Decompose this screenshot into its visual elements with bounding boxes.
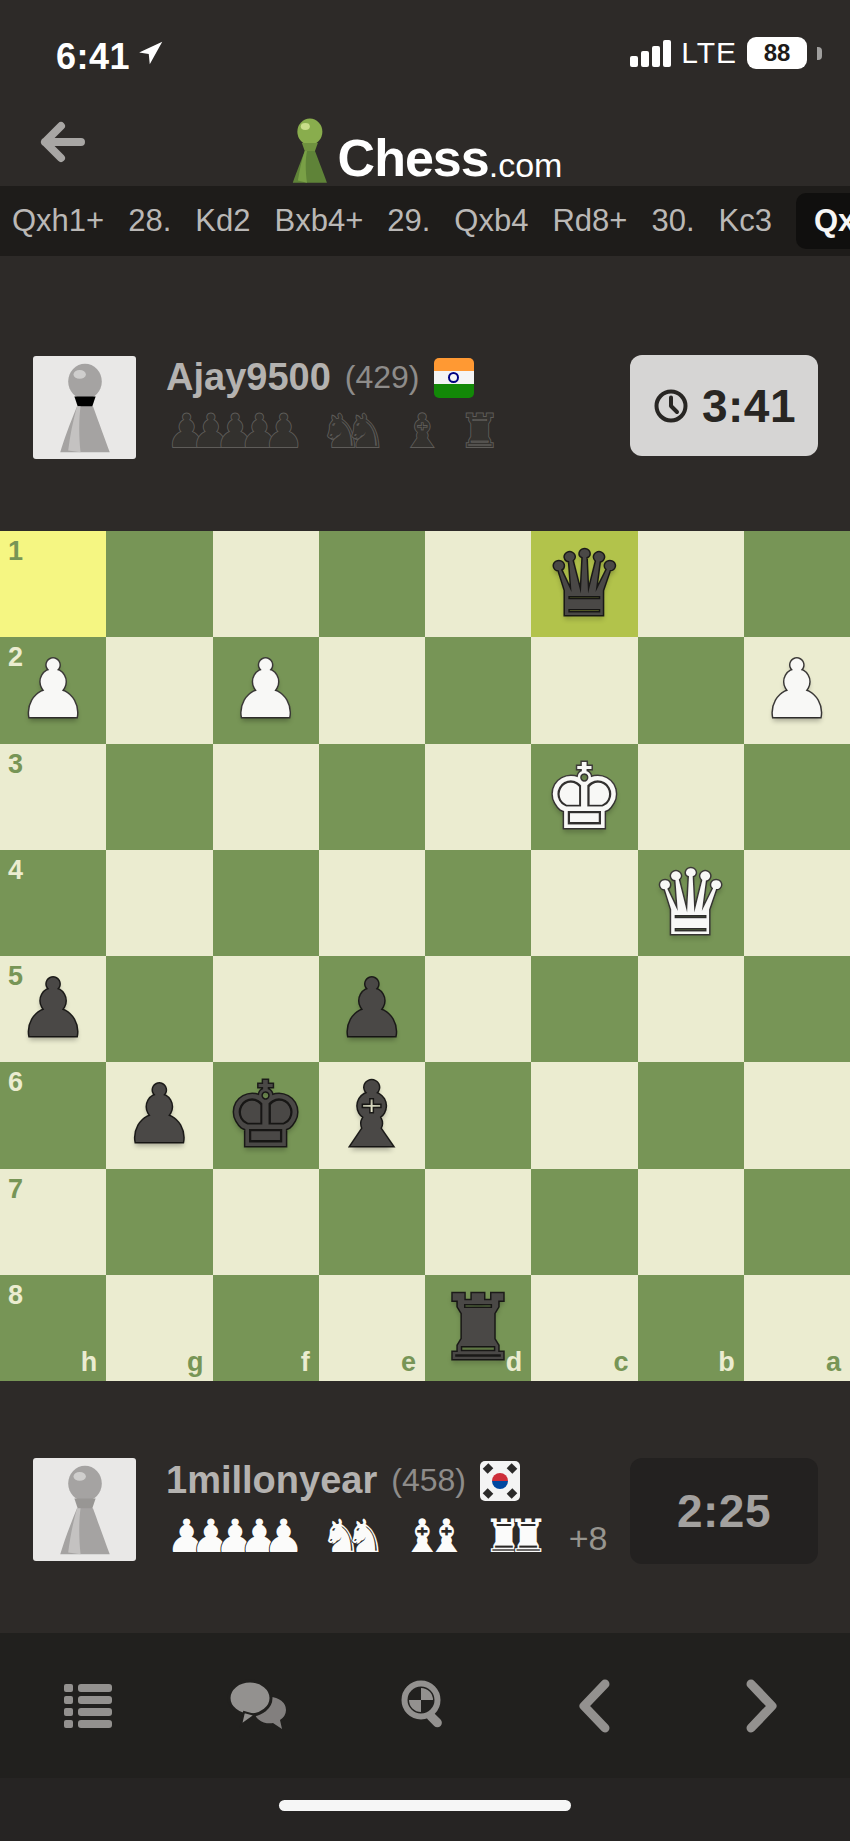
move-item[interactable]: Qxb4 xyxy=(454,203,528,239)
avatar-pawn-icon xyxy=(49,1464,121,1556)
captured-rook-group: ♜ xyxy=(459,408,500,454)
square-a6[interactable] xyxy=(744,1062,850,1168)
rank-label-1: 1 xyxy=(8,536,23,567)
player-top-clock-time: 3:41 xyxy=(702,379,796,433)
rank-label-3: 3 xyxy=(8,749,23,780)
square-e1[interactable] xyxy=(319,531,425,637)
square-h8[interactable]: 8h xyxy=(0,1275,106,1381)
chat-icon xyxy=(226,1679,288,1733)
network-type-label: LTE xyxy=(681,36,737,70)
player-bottom: 1millonyear (458) ♟♟♟♟♟♞♞♝♝♜♜+8 2:25 xyxy=(0,1381,850,1633)
player-top-info: Ajay9500 (429) xyxy=(166,356,474,399)
square-h4[interactable]: 4 xyxy=(0,850,106,956)
square-a1[interactable] xyxy=(744,531,850,637)
move-item[interactable]: 29. xyxy=(387,203,430,239)
square-c4[interactable] xyxy=(531,850,637,956)
player-top-name[interactable]: Ajay9500 xyxy=(166,356,331,399)
captured-bishop-group: ♝ xyxy=(402,408,443,454)
square-c2[interactable] xyxy=(531,637,637,743)
square-h7[interactable]: 7 xyxy=(0,1169,106,1275)
black-bishop[interactable]: ♝ xyxy=(319,1062,425,1168)
square-h6[interactable]: 6 xyxy=(0,1062,106,1168)
square-f2[interactable]: ♟ xyxy=(213,637,319,743)
captured-knight-group: ♞♞ xyxy=(320,1513,386,1559)
rank-label-4: 4 xyxy=(8,855,23,886)
square-g3[interactable] xyxy=(106,744,212,850)
move-list-icon xyxy=(64,1683,112,1729)
square-f5[interactable] xyxy=(213,956,319,1062)
black-pawn[interactable]: ♟ xyxy=(319,956,425,1062)
move-item-current[interactable]: Qxc1# xyxy=(796,193,850,249)
logo-pawn-icon xyxy=(288,118,334,184)
captured-bishop-group: ♝♝ xyxy=(402,1513,468,1559)
square-h1[interactable]: 1 xyxy=(0,531,106,637)
chat-button[interactable] xyxy=(221,1670,293,1742)
square-e7[interactable] xyxy=(319,1169,425,1275)
file-label-g: g xyxy=(187,1347,204,1378)
square-b5[interactable] xyxy=(638,956,744,1062)
square-g4[interactable] xyxy=(106,850,212,956)
square-d4[interactable] xyxy=(425,850,531,956)
chevron-right-icon xyxy=(745,1679,779,1733)
location-arrow-icon xyxy=(136,38,166,72)
app-screen: 6:41 LTE 88 xyxy=(0,0,850,1841)
move-list-bar: Qxh1+28.Kd2Bxb4+29.Qxb4Rd8+30.Kc3Qxc1# xyxy=(0,186,850,256)
player-top: Ajay9500 (429) ♟♟♟♟♟♞♞♝♜ 3:41 xyxy=(0,256,850,531)
square-f3[interactable] xyxy=(213,744,319,850)
captured-knight-group: ♞♞ xyxy=(320,408,386,454)
analysis-button[interactable] xyxy=(389,1670,461,1742)
player-bottom-clock: 2:25 xyxy=(630,1458,818,1564)
file-label-a: a xyxy=(826,1347,841,1378)
file-label-b: b xyxy=(718,1347,735,1378)
square-e2[interactable] xyxy=(319,637,425,743)
square-c3[interactable]: ♚ xyxy=(531,744,637,850)
square-g2[interactable] xyxy=(106,637,212,743)
player-bottom-avatar[interactable] xyxy=(33,1458,136,1561)
square-b8[interactable]: b xyxy=(638,1275,744,1381)
square-d3[interactable] xyxy=(425,744,531,850)
battery-percent: 88 xyxy=(764,39,791,67)
square-c8[interactable]: c xyxy=(531,1275,637,1381)
square-d6[interactable] xyxy=(425,1062,531,1168)
square-e5[interactable]: ♟ xyxy=(319,956,425,1062)
battery-icon: 88 xyxy=(747,37,807,69)
square-b6[interactable] xyxy=(638,1062,744,1168)
square-b4[interactable]: ♛ xyxy=(638,850,744,956)
battery-nub xyxy=(817,47,822,60)
square-g7[interactable] xyxy=(106,1169,212,1275)
white-pawn[interactable]: ♟ xyxy=(0,637,106,743)
player-top-rating: (429) xyxy=(345,359,420,396)
square-d8[interactable]: d♜ xyxy=(425,1275,531,1381)
next-move-button[interactable] xyxy=(726,1670,798,1742)
black-king[interactable]: ♚ xyxy=(213,1062,319,1168)
square-e6[interactable]: ♝ xyxy=(319,1062,425,1168)
square-a3[interactable] xyxy=(744,744,850,850)
player-top-captured-pieces: ♟♟♟♟♟♞♞♝♜ xyxy=(166,408,516,454)
previous-move-button[interactable] xyxy=(558,1670,630,1742)
analysis-magnifier-icon xyxy=(397,1678,453,1734)
captured-rook-icon: ♜ xyxy=(459,408,500,454)
square-e8[interactable]: e xyxy=(319,1275,425,1381)
square-f1[interactable] xyxy=(213,531,319,637)
square-f6[interactable]: ♚ xyxy=(213,1062,319,1168)
player-bottom-captured-pieces: ♟♟♟♟♟♞♞♝♝♜♜+8 xyxy=(166,1513,608,1559)
chesscom-logo: Chess .com xyxy=(0,118,850,184)
avatar-pawn-icon xyxy=(49,362,121,454)
player-bottom-info: 1millonyear (458) xyxy=(166,1459,520,1502)
square-h5[interactable]: 5♟ xyxy=(0,956,106,1062)
square-g1[interactable] xyxy=(106,531,212,637)
square-c1[interactable]: ♛ xyxy=(531,531,637,637)
rank-label-8: 8 xyxy=(8,1280,23,1311)
white-pawn[interactable]: ♟ xyxy=(213,637,319,743)
file-label-f: f xyxy=(301,1347,310,1378)
captured-knight-icon: ♞ xyxy=(345,1513,386,1559)
captured-pawn-group: ♟♟♟♟♟ xyxy=(166,1513,304,1559)
move-item[interactable]: 28. xyxy=(128,203,171,239)
captured-pawn-icon: ♟ xyxy=(263,408,304,454)
square-f7[interactable] xyxy=(213,1169,319,1275)
logo-title-suffix: .com xyxy=(489,147,563,184)
square-d2[interactable] xyxy=(425,637,531,743)
move-item[interactable]: Rd8+ xyxy=(552,203,627,239)
move-item[interactable]: Kc3 xyxy=(719,203,772,239)
chevron-left-icon xyxy=(577,1679,611,1733)
move-list-button[interactable] xyxy=(52,1670,124,1742)
captured-rook-group: ♜♜ xyxy=(483,1513,549,1559)
clock-icon xyxy=(652,387,690,425)
square-f8[interactable]: f xyxy=(213,1275,319,1381)
material-advantage: +8 xyxy=(569,1517,608,1560)
file-label-h: h xyxy=(81,1347,98,1378)
square-a5[interactable] xyxy=(744,956,850,1062)
chess-board: 1♛2♟♟♟3♚4♛5♟♟6♟♚♝78hgfed♜cba xyxy=(0,531,850,1381)
square-b2[interactable] xyxy=(638,637,744,743)
square-h2[interactable]: 2♟ xyxy=(0,637,106,743)
square-b3[interactable] xyxy=(638,744,744,850)
square-a7[interactable] xyxy=(744,1169,850,1275)
south-korea-flag-icon xyxy=(480,1461,520,1501)
black-rook[interactable]: ♜ xyxy=(425,1275,531,1381)
square-c6[interactable] xyxy=(531,1062,637,1168)
white-pawn[interactable]: ♟ xyxy=(744,637,850,743)
square-f4[interactable] xyxy=(213,850,319,956)
square-d5[interactable] xyxy=(425,956,531,1062)
square-g5[interactable] xyxy=(106,956,212,1062)
status-time: 6:41 xyxy=(56,36,130,78)
move-item[interactable]: Kd2 xyxy=(195,203,250,239)
square-a2[interactable]: ♟ xyxy=(744,637,850,743)
square-h3[interactable]: 3 xyxy=(0,744,106,850)
square-c5[interactable] xyxy=(531,956,637,1062)
player-bottom-rating: (458) xyxy=(391,1462,466,1499)
square-b7[interactable] xyxy=(638,1169,744,1275)
square-c7[interactable] xyxy=(531,1169,637,1275)
header: Chess .com xyxy=(0,100,850,186)
game-toolbar xyxy=(0,1633,850,1778)
player-top-clock: 3:41 xyxy=(630,355,818,456)
square-g8[interactable]: g xyxy=(106,1275,212,1381)
logo-title: Chess xyxy=(338,132,489,184)
captured-bishop-icon: ♝ xyxy=(402,408,443,454)
home-indicator[interactable] xyxy=(279,1800,571,1811)
player-bottom-clock-time: 2:25 xyxy=(677,1484,771,1538)
move-item[interactable]: Bxb4+ xyxy=(274,203,363,239)
captured-pawn-group: ♟♟♟♟♟ xyxy=(166,408,304,454)
move-item[interactable]: 30. xyxy=(651,203,694,239)
rank-label-7: 7 xyxy=(8,1174,23,1205)
white-king[interactable]: ♚ xyxy=(531,744,637,850)
square-a8[interactable]: a xyxy=(744,1275,850,1381)
india-flag-icon xyxy=(434,358,474,398)
captured-bishop-icon: ♝ xyxy=(426,1513,467,1559)
square-e4[interactable] xyxy=(319,850,425,956)
black-queen[interactable]: ♛ xyxy=(531,531,637,637)
status-bar: 6:41 LTE 88 xyxy=(0,0,850,100)
move-item[interactable]: Qxh1+ xyxy=(12,203,104,239)
captured-rook-icon: ♜ xyxy=(508,1513,549,1559)
player-bottom-name[interactable]: 1millonyear xyxy=(166,1459,377,1502)
square-g6[interactable]: ♟ xyxy=(106,1062,212,1168)
black-pawn[interactable]: ♟ xyxy=(0,956,106,1062)
captured-pawn-icon: ♟ xyxy=(263,1513,304,1559)
square-e3[interactable] xyxy=(319,744,425,850)
file-label-c: c xyxy=(613,1347,628,1378)
square-d7[interactable] xyxy=(425,1169,531,1275)
file-label-e: e xyxy=(401,1347,416,1378)
captured-knight-icon: ♞ xyxy=(345,408,386,454)
square-a4[interactable] xyxy=(744,850,850,956)
player-top-avatar[interactable] xyxy=(33,356,136,459)
rank-label-6: 6 xyxy=(8,1067,23,1098)
signal-strength-icon xyxy=(630,39,671,67)
black-pawn[interactable]: ♟ xyxy=(106,1062,212,1168)
square-b1[interactable] xyxy=(638,531,744,637)
white-queen[interactable]: ♛ xyxy=(638,850,744,956)
square-d1[interactable] xyxy=(425,531,531,637)
